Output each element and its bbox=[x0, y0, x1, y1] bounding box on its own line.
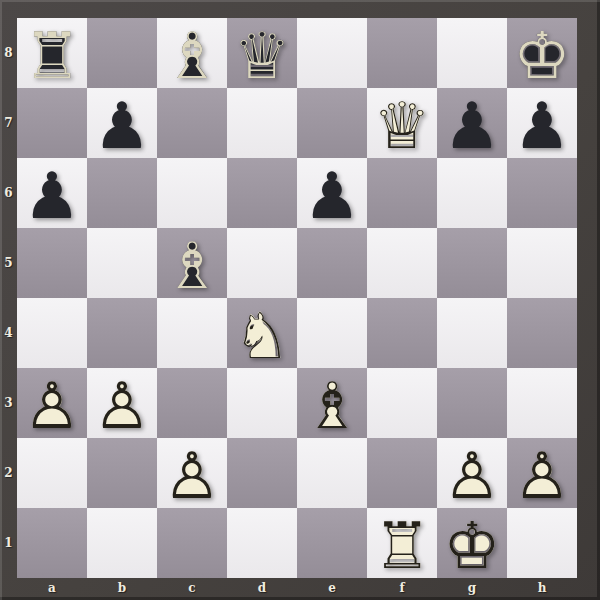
square-g1[interactable]: ♚♔ bbox=[437, 508, 507, 578]
white-bishop-icon[interactable]: ♝♗ bbox=[297, 368, 367, 438]
square-g8[interactable] bbox=[437, 18, 507, 88]
file-label-g: g bbox=[437, 578, 507, 600]
square-h3[interactable] bbox=[507, 368, 577, 438]
square-b6[interactable] bbox=[87, 158, 157, 228]
piece-glyph-fill: ♟ bbox=[297, 158, 367, 228]
square-a7[interactable] bbox=[17, 88, 87, 158]
square-b8[interactable] bbox=[87, 18, 157, 88]
square-h6[interactable] bbox=[507, 158, 577, 228]
black-bishop-icon[interactable]: ♝♗ bbox=[157, 18, 227, 88]
square-g3[interactable] bbox=[437, 368, 507, 438]
square-c8[interactable]: ♝♗ bbox=[157, 18, 227, 88]
white-pawn-icon[interactable]: ♟♙ bbox=[437, 438, 507, 508]
square-b3[interactable]: ♟♙ bbox=[87, 368, 157, 438]
square-f4[interactable] bbox=[367, 298, 437, 368]
chess-board: ♜♖♝♗♛♕♚♔♟♛♕♟♟♟♟♝♗♞♘♟♙♟♙♝♗♟♙♟♙♟♙♜♖♚♔ bbox=[17, 18, 577, 578]
piece-glyph-outline: ♕ bbox=[367, 88, 437, 158]
square-d6[interactable] bbox=[227, 158, 297, 228]
black-rook-icon[interactable]: ♜♖ bbox=[17, 18, 87, 88]
piece-glyph-outline: ♙ bbox=[87, 368, 157, 438]
square-g2[interactable]: ♟♙ bbox=[437, 438, 507, 508]
square-e1[interactable] bbox=[297, 508, 367, 578]
square-d8[interactable]: ♛♕ bbox=[227, 18, 297, 88]
black-pawn-icon[interactable]: ♟ bbox=[87, 88, 157, 158]
piece-glyph-outline: ♗ bbox=[157, 228, 227, 298]
square-b7[interactable]: ♟ bbox=[87, 88, 157, 158]
square-g6[interactable] bbox=[437, 158, 507, 228]
black-bishop-icon[interactable]: ♝♗ bbox=[157, 228, 227, 298]
square-d2[interactable] bbox=[227, 438, 297, 508]
square-h1[interactable] bbox=[507, 508, 577, 578]
rank-label-8: 8 bbox=[0, 18, 17, 88]
rank-label-5: 5 bbox=[0, 228, 17, 298]
square-a2[interactable] bbox=[17, 438, 87, 508]
black-pawn-icon[interactable]: ♟ bbox=[507, 88, 577, 158]
white-knight-icon[interactable]: ♞♘ bbox=[227, 298, 297, 368]
square-g4[interactable] bbox=[437, 298, 507, 368]
white-pawn-icon[interactable]: ♟♙ bbox=[157, 438, 227, 508]
piece-glyph-outline: ♙ bbox=[507, 438, 577, 508]
square-a4[interactable] bbox=[17, 298, 87, 368]
piece-glyph-outline: ♙ bbox=[157, 438, 227, 508]
white-pawn-icon[interactable]: ♟♙ bbox=[87, 368, 157, 438]
square-f8[interactable] bbox=[367, 18, 437, 88]
square-c7[interactable] bbox=[157, 88, 227, 158]
file-label-d: d bbox=[227, 578, 297, 600]
black-pawn-icon[interactable]: ♟ bbox=[17, 158, 87, 228]
square-a8[interactable]: ♜♖ bbox=[17, 18, 87, 88]
square-c5[interactable]: ♝♗ bbox=[157, 228, 227, 298]
piece-glyph-outline: ♙ bbox=[17, 368, 87, 438]
file-label-b: b bbox=[87, 578, 157, 600]
square-f6[interactable] bbox=[367, 158, 437, 228]
rank-label-6: 6 bbox=[0, 158, 17, 228]
square-c6[interactable] bbox=[157, 158, 227, 228]
rank-label-4: 4 bbox=[0, 298, 17, 368]
rank-label-1: 1 bbox=[0, 508, 17, 578]
square-e6[interactable]: ♟ bbox=[297, 158, 367, 228]
white-pawn-icon[interactable]: ♟♙ bbox=[17, 368, 87, 438]
white-queen-icon[interactable]: ♛♕ bbox=[367, 88, 437, 158]
square-f7[interactable]: ♛♕ bbox=[367, 88, 437, 158]
file-label-c: c bbox=[157, 578, 227, 600]
black-king-icon[interactable]: ♚♔ bbox=[507, 18, 577, 88]
square-a5[interactable] bbox=[17, 228, 87, 298]
rank-label-7: 7 bbox=[0, 88, 17, 158]
square-f1[interactable]: ♜♖ bbox=[367, 508, 437, 578]
square-a1[interactable] bbox=[17, 508, 87, 578]
square-e3[interactable]: ♝♗ bbox=[297, 368, 367, 438]
square-c1[interactable] bbox=[157, 508, 227, 578]
square-e4[interactable] bbox=[297, 298, 367, 368]
square-f5[interactable] bbox=[367, 228, 437, 298]
rank-label-2: 2 bbox=[0, 438, 17, 508]
chess-board-frame: ♜♖♝♗♛♕♚♔♟♛♕♟♟♟♟♝♗♞♘♟♙♟♙♝♗♟♙♟♙♟♙♜♖♚♔ 8765… bbox=[0, 0, 600, 600]
square-b4[interactable] bbox=[87, 298, 157, 368]
square-d3[interactable] bbox=[227, 368, 297, 438]
piece-glyph-outline: ♗ bbox=[297, 368, 367, 438]
piece-glyph-outline: ♔ bbox=[507, 18, 577, 88]
file-label-f: f bbox=[367, 578, 437, 600]
white-rook-icon[interactable]: ♜♖ bbox=[367, 508, 437, 578]
piece-glyph-outline: ♙ bbox=[437, 438, 507, 508]
square-c4[interactable] bbox=[157, 298, 227, 368]
square-b1[interactable] bbox=[87, 508, 157, 578]
square-d7[interactable] bbox=[227, 88, 297, 158]
square-d1[interactable] bbox=[227, 508, 297, 578]
square-a6[interactable]: ♟ bbox=[17, 158, 87, 228]
rank-label-3: 3 bbox=[0, 368, 17, 438]
square-c3[interactable] bbox=[157, 368, 227, 438]
square-h2[interactable]: ♟♙ bbox=[507, 438, 577, 508]
file-label-e: e bbox=[297, 578, 367, 600]
piece-glyph-fill: ♟ bbox=[87, 88, 157, 158]
square-b5[interactable] bbox=[87, 228, 157, 298]
white-king-icon[interactable]: ♚♔ bbox=[437, 508, 507, 578]
black-pawn-icon[interactable]: ♟ bbox=[297, 158, 367, 228]
piece-glyph-outline: ♗ bbox=[157, 18, 227, 88]
black-queen-icon[interactable]: ♛♕ bbox=[227, 18, 297, 88]
square-d4[interactable]: ♞♘ bbox=[227, 298, 297, 368]
square-b2[interactable] bbox=[87, 438, 157, 508]
square-a3[interactable]: ♟♙ bbox=[17, 368, 87, 438]
piece-glyph-outline: ♘ bbox=[227, 298, 297, 368]
square-h7[interactable]: ♟ bbox=[507, 88, 577, 158]
square-d5[interactable] bbox=[227, 228, 297, 298]
white-pawn-icon[interactable]: ♟♙ bbox=[507, 438, 577, 508]
piece-glyph-fill: ♟ bbox=[507, 88, 577, 158]
square-h8[interactable]: ♚♔ bbox=[507, 18, 577, 88]
piece-glyph-fill: ♟ bbox=[17, 158, 87, 228]
square-e8[interactable] bbox=[297, 18, 367, 88]
square-g5[interactable] bbox=[437, 228, 507, 298]
piece-glyph-fill: ♟ bbox=[437, 88, 507, 158]
square-c2[interactable]: ♟♙ bbox=[157, 438, 227, 508]
square-f2[interactable] bbox=[367, 438, 437, 508]
piece-glyph-outline: ♖ bbox=[17, 18, 87, 88]
square-e7[interactable] bbox=[297, 88, 367, 158]
square-e5[interactable] bbox=[297, 228, 367, 298]
square-f3[interactable] bbox=[367, 368, 437, 438]
square-h4[interactable] bbox=[507, 298, 577, 368]
piece-glyph-outline: ♔ bbox=[437, 508, 507, 578]
piece-glyph-outline: ♖ bbox=[367, 508, 437, 578]
black-pawn-icon[interactable]: ♟ bbox=[437, 88, 507, 158]
file-label-a: a bbox=[17, 578, 87, 600]
file-label-h: h bbox=[507, 578, 577, 600]
piece-glyph-outline: ♕ bbox=[227, 18, 297, 88]
square-g7[interactable]: ♟ bbox=[437, 88, 507, 158]
square-h5[interactable] bbox=[507, 228, 577, 298]
square-e2[interactable] bbox=[297, 438, 367, 508]
